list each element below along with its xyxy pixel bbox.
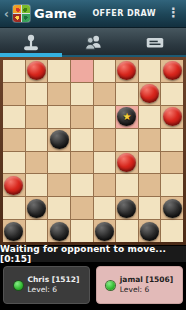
square-r1c3[interactable] <box>71 83 93 105</box>
square-r1c7[interactable] <box>161 83 183 105</box>
square-r5c7[interactable] <box>161 174 183 196</box>
square-r3c6[interactable] <box>139 129 161 151</box>
square-r4c1[interactable] <box>26 152 48 174</box>
back-icon[interactable]: ‹ <box>4 8 9 20</box>
square-r4c6[interactable] <box>139 152 161 174</box>
black-piece[interactable] <box>140 222 159 241</box>
square-r6c5[interactable] <box>116 197 138 219</box>
players-icon <box>82 33 105 52</box>
overflow-menu-icon[interactable]: ⋮ <box>165 6 182 21</box>
red-piece[interactable] <box>4 176 23 195</box>
square-r5c5[interactable] <box>116 174 138 196</box>
square-r0c6[interactable] <box>139 60 161 82</box>
square-r2c5[interactable]: ★ <box>116 106 138 128</box>
square-r7c2[interactable] <box>48 220 70 242</box>
player-name-rating: jamal [1506] <box>120 275 173 285</box>
red-piece[interactable] <box>163 107 182 126</box>
status-bar: Waiting for opponent to move... [0:15] <box>0 245 186 262</box>
square-r4c0[interactable] <box>3 152 25 174</box>
square-r6c6[interactable] <box>139 197 161 219</box>
black-piece[interactable] <box>4 222 23 241</box>
square-r6c0[interactable] <box>3 197 25 219</box>
king-star-icon: ★ <box>122 112 131 122</box>
square-r7c7[interactable] <box>161 220 183 242</box>
chat-icon <box>144 34 166 52</box>
square-r1c6[interactable] <box>139 83 161 105</box>
red-piece[interactable] <box>163 61 182 80</box>
square-r2c6[interactable] <box>139 106 161 128</box>
tab-game[interactable] <box>0 28 62 57</box>
tab-players[interactable] <box>62 28 124 57</box>
red-piece[interactable] <box>117 61 136 80</box>
tab-bar <box>0 28 186 57</box>
status-text: Waiting for opponent to move... [0:15] <box>0 244 186 264</box>
square-r1c4[interactable] <box>94 83 116 105</box>
black-piece[interactable] <box>50 222 69 241</box>
black-king-piece[interactable]: ★ <box>117 107 136 126</box>
square-r6c4[interactable] <box>94 197 116 219</box>
black-piece[interactable] <box>27 199 46 218</box>
online-status-dot <box>14 281 23 290</box>
square-r5c0[interactable] <box>3 174 25 196</box>
action-bar: ‹ Game OFFER DRAW ⋮ <box>0 0 186 28</box>
player-level: Level: 6 <box>28 285 80 295</box>
page-title: Game <box>34 6 77 21</box>
checkers-board-frame: ★ <box>0 57 186 245</box>
checkers-board: ★ <box>3 60 183 242</box>
square-r3c4[interactable] <box>94 129 116 151</box>
square-r3c3[interactable] <box>71 129 93 151</box>
square-r6c7[interactable] <box>161 197 183 219</box>
square-r5c1[interactable] <box>26 174 48 196</box>
square-r7c0[interactable] <box>3 220 25 242</box>
player-panel-self[interactable]: Chris [1512] Level: 6 <box>3 266 90 304</box>
square-r7c4[interactable] <box>94 220 116 242</box>
app-logo-icon <box>13 5 30 22</box>
square-r1c1[interactable] <box>26 83 48 105</box>
black-piece[interactable] <box>117 199 136 218</box>
square-r3c7[interactable] <box>161 129 183 151</box>
square-r7c1[interactable] <box>26 220 48 242</box>
square-r0c1[interactable] <box>26 60 48 82</box>
player-name-rating: Chris [1512] <box>28 275 80 285</box>
red-piece[interactable] <box>117 153 136 172</box>
square-r0c3[interactable] <box>71 60 93 82</box>
square-r5c6[interactable] <box>139 174 161 196</box>
square-r5c2[interactable] <box>48 174 70 196</box>
player-panel-opponent[interactable]: jamal [1506] Level: 6 <box>96 266 183 304</box>
red-piece[interactable] <box>140 84 159 103</box>
square-r4c2[interactable] <box>48 152 70 174</box>
square-r0c4[interactable] <box>94 60 116 82</box>
black-piece[interactable] <box>95 222 114 241</box>
square-r3c0[interactable] <box>3 129 25 151</box>
square-r7c3[interactable] <box>71 220 93 242</box>
square-r3c1[interactable] <box>26 129 48 151</box>
square-r6c1[interactable] <box>26 197 48 219</box>
square-r3c5[interactable] <box>116 129 138 151</box>
square-r0c5[interactable] <box>116 60 138 82</box>
square-r2c7[interactable] <box>161 106 183 128</box>
square-r1c0[interactable] <box>3 83 25 105</box>
square-r1c2[interactable] <box>48 83 70 105</box>
online-status-dot <box>106 281 115 290</box>
square-r5c3[interactable] <box>71 174 93 196</box>
square-r6c2[interactable] <box>48 197 70 219</box>
square-r2c3[interactable] <box>71 106 93 128</box>
square-r4c5[interactable] <box>116 152 138 174</box>
square-r0c7[interactable] <box>161 60 183 82</box>
square-r5c4[interactable] <box>94 174 116 196</box>
square-r2c0[interactable] <box>3 106 25 128</box>
square-r7c6[interactable] <box>139 220 161 242</box>
player-panels: Chris [1512] Level: 6 jamal [1506] Level… <box>0 262 186 310</box>
tab-chat[interactable] <box>124 28 186 57</box>
square-r0c2[interactable] <box>48 60 70 82</box>
square-r0c0[interactable] <box>3 60 25 82</box>
square-r4c3[interactable] <box>71 152 93 174</box>
square-r2c2[interactable] <box>48 106 70 128</box>
square-r4c4[interactable] <box>94 152 116 174</box>
black-piece[interactable] <box>50 130 69 149</box>
red-piece[interactable] <box>27 61 46 80</box>
black-piece[interactable] <box>163 199 182 218</box>
square-r4c7[interactable] <box>161 152 183 174</box>
player-level: Level: 6 <box>120 285 173 295</box>
joystick-icon <box>20 33 42 52</box>
square-r6c3[interactable] <box>71 197 93 219</box>
square-r2c1[interactable] <box>26 106 48 128</box>
app-window: ‹ Game OFFER DRAW ⋮ <box>0 0 186 310</box>
offer-draw-button[interactable]: OFFER DRAW <box>87 3 161 24</box>
square-r7c5[interactable] <box>116 220 138 242</box>
square-r3c2[interactable] <box>48 129 70 151</box>
square-r2c4[interactable] <box>94 106 116 128</box>
square-r1c5[interactable] <box>116 83 138 105</box>
